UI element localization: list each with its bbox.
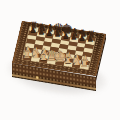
product-photo: ♜♞♝♛♚♝♞♜♟♟♟♟♟♟♟♟♟♟♟♟♟♟♟♟♜♞♝♛♚♝♞♜ <box>0 0 120 120</box>
black-pawn[interactable]: ♟ <box>70 33 77 41</box>
black-pawn[interactable]: ♟ <box>54 30 61 38</box>
black-pawn[interactable]: ♟ <box>29 26 36 34</box>
black-pawn[interactable]: ♟ <box>87 35 94 43</box>
white-rook[interactable]: ♜ <box>80 57 89 67</box>
black-pawn[interactable]: ♟ <box>79 34 86 42</box>
clasp-icon <box>36 76 39 80</box>
black-pawn[interactable]: ♟ <box>62 32 69 40</box>
black-pawn[interactable]: ♟ <box>38 28 45 36</box>
black-pawn[interactable]: ♟ <box>46 29 53 37</box>
